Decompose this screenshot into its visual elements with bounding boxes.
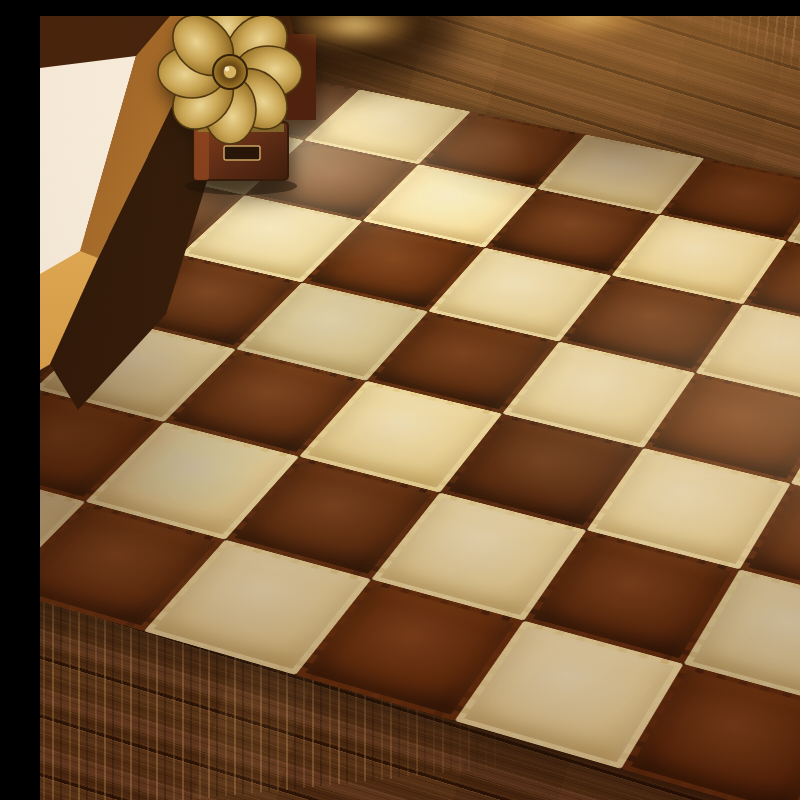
window-light-streaks [650, 16, 800, 106]
gramophone [146, 16, 322, 196]
horn-knob [223, 65, 237, 79]
room-photo: Overhead photo of a brown and cream chec… [40, 16, 800, 800]
horn-knob-highlight [225, 67, 230, 72]
